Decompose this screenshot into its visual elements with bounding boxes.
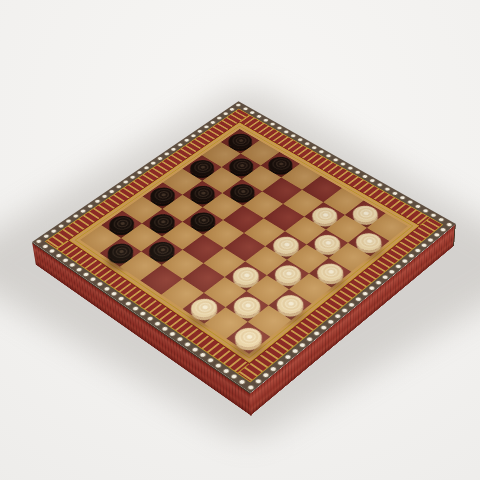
square-r7c2[interactable] <box>120 251 162 280</box>
square-r7c3[interactable] <box>140 265 182 295</box>
square-r2c7[interactable] <box>329 243 371 272</box>
square-r4c7[interactable] <box>289 273 332 303</box>
square-r6c3[interactable] <box>162 250 204 279</box>
square-r5c3[interactable] <box>183 235 224 264</box>
product-photo-scene: ⛂⛂⛀⛂⛀⛀⛂⛂⛀⛂⛀⛀⛂⛂⛀⛂⛀⛀⛂⛂⛀⛂⛀⛀ <box>0 0 480 480</box>
light-piece[interactable]: ⛀ <box>272 291 309 317</box>
square-r5c5[interactable]: ⛀ <box>225 261 267 291</box>
light-piece[interactable]: ⛀ <box>186 295 223 322</box>
square-r7c7[interactable]: ⛀ <box>226 322 270 354</box>
square-r1c7[interactable]: ⛀ <box>348 228 389 256</box>
square-r6c7[interactable] <box>248 305 291 336</box>
square-r6c2[interactable]: ⛂ <box>141 236 182 265</box>
light-piece[interactable]: ⛀ <box>312 260 348 285</box>
light-piece[interactable]: ⛀ <box>309 231 345 255</box>
square-r6c6[interactable]: ⛀ <box>226 291 269 322</box>
square-r7c6[interactable] <box>204 307 247 338</box>
square-r7c1[interactable]: ⛂ <box>100 238 141 267</box>
square-r3c5[interactable]: ⛀ <box>265 231 306 259</box>
square-r4c4[interactable] <box>224 233 265 261</box>
light-piece[interactable]: ⛀ <box>270 262 306 287</box>
square-r4c6[interactable]: ⛀ <box>267 260 309 290</box>
light-piece[interactable]: ⛀ <box>229 293 266 320</box>
square-r4c5[interactable] <box>245 246 287 275</box>
light-piece[interactable]: ⛀ <box>229 324 267 352</box>
light-piece[interactable]: ⛀ <box>351 230 387 254</box>
square-r6c4[interactable] <box>183 263 225 293</box>
light-piece[interactable]: ⛀ <box>268 233 304 258</box>
dark-piece[interactable]: ⛂ <box>103 240 139 265</box>
light-piece[interactable]: ⛀ <box>228 263 264 289</box>
dark-piece[interactable]: ⛂ <box>144 238 180 263</box>
square-r5c7[interactable]: ⛀ <box>269 289 312 320</box>
square-r5c6[interactable] <box>246 275 289 305</box>
square-r6c5[interactable] <box>204 277 247 307</box>
square-r3c7[interactable]: ⛀ <box>309 258 351 288</box>
square-r5c4[interactable] <box>203 248 245 277</box>
square-r2c6[interactable]: ⛀ <box>307 230 348 258</box>
square-r7c4[interactable] <box>161 279 204 309</box>
square-r3c6[interactable] <box>287 245 329 274</box>
square-r7c5[interactable]: ⛀ <box>183 293 226 324</box>
